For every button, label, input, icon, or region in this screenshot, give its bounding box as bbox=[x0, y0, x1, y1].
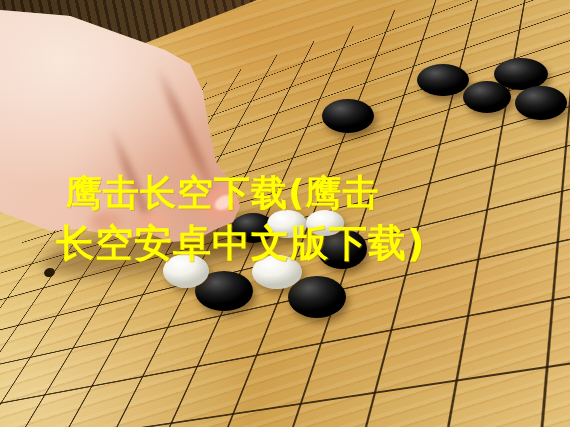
black-stone bbox=[417, 64, 469, 96]
go-board-photo: 鹰击长空下载(鹰击 长空安卓中文版下载) bbox=[0, 0, 570, 427]
black-stone bbox=[515, 86, 567, 120]
caption-line-1: 鹰击长空下载(鹰击 bbox=[66, 169, 379, 218]
caption-line-2: 长空安卓中文版下载) bbox=[56, 218, 425, 269]
black-stone bbox=[463, 81, 511, 113]
black-stone bbox=[322, 99, 374, 133]
